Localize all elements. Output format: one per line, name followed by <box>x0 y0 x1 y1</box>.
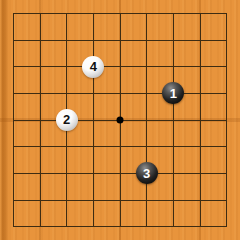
board-point[interactable] <box>133 27 160 54</box>
board-point[interactable] <box>53 187 80 214</box>
board-point[interactable] <box>187 53 214 80</box>
board-point[interactable] <box>213 160 240 187</box>
board-point[interactable] <box>213 53 240 80</box>
board-point[interactable] <box>107 107 134 134</box>
board-point[interactable] <box>53 27 80 54</box>
board-point[interactable] <box>213 187 240 214</box>
board-point[interactable] <box>80 187 107 214</box>
board-point[interactable] <box>27 80 54 107</box>
board-point[interactable] <box>213 0 240 27</box>
board-point[interactable] <box>80 107 107 134</box>
board-point[interactable] <box>107 27 134 54</box>
board-point[interactable] <box>107 0 134 27</box>
board-point[interactable] <box>213 133 240 160</box>
board-point[interactable] <box>80 27 107 54</box>
board-point[interactable] <box>53 0 80 27</box>
board-point[interactable] <box>213 213 240 240</box>
board-point[interactable] <box>187 0 214 27</box>
board-point[interactable] <box>187 80 214 107</box>
board-point[interactable] <box>133 53 160 80</box>
board-point[interactable] <box>0 213 27 240</box>
board-point[interactable] <box>213 27 240 54</box>
board-point[interactable] <box>27 107 54 134</box>
board-point[interactable] <box>160 0 187 27</box>
board-point[interactable] <box>160 187 187 214</box>
board-grid: 4123 <box>0 0 240 240</box>
board-point[interactable] <box>27 187 54 214</box>
board-point[interactable] <box>133 107 160 134</box>
board-point[interactable] <box>213 107 240 134</box>
board-point[interactable] <box>27 27 54 54</box>
board-point[interactable] <box>107 53 134 80</box>
board-point[interactable] <box>27 160 54 187</box>
board-point[interactable] <box>0 53 27 80</box>
board-point[interactable] <box>160 27 187 54</box>
board-point[interactable] <box>0 107 27 134</box>
board-point[interactable] <box>53 133 80 160</box>
board-point[interactable]: 1 <box>160 80 187 107</box>
board-point[interactable] <box>53 160 80 187</box>
board-point[interactable] <box>187 107 214 134</box>
board-point[interactable] <box>187 160 214 187</box>
board-point[interactable] <box>27 213 54 240</box>
board-point[interactable] <box>80 160 107 187</box>
move-number-label: 3 <box>143 166 150 179</box>
board-point[interactable] <box>80 213 107 240</box>
board-point[interactable] <box>107 80 134 107</box>
board-point[interactable] <box>80 0 107 27</box>
star-point <box>116 116 123 123</box>
board-point[interactable] <box>0 80 27 107</box>
stone-black-1: 1 <box>162 82 184 104</box>
board-point[interactable] <box>53 53 80 80</box>
board-point[interactable] <box>160 133 187 160</box>
board-point[interactable] <box>80 133 107 160</box>
board-point[interactable] <box>27 133 54 160</box>
board-point[interactable] <box>107 213 134 240</box>
board-point[interactable]: 3 <box>133 160 160 187</box>
board-point[interactable] <box>213 80 240 107</box>
board-point[interactable]: 2 <box>53 107 80 134</box>
go-board: 4123 <box>0 0 240 240</box>
stone-white-4: 4 <box>82 56 104 78</box>
board-point[interactable] <box>187 187 214 214</box>
board-point[interactable]: 4 <box>80 53 107 80</box>
board-point[interactable] <box>133 0 160 27</box>
stone-white-2: 2 <box>56 109 78 131</box>
board-point[interactable] <box>107 187 134 214</box>
board-point[interactable] <box>107 133 134 160</box>
board-point[interactable] <box>0 133 27 160</box>
board-point[interactable] <box>160 160 187 187</box>
board-point[interactable] <box>80 80 107 107</box>
board-point[interactable] <box>0 0 27 27</box>
board-point[interactable] <box>0 160 27 187</box>
board-point[interactable] <box>133 133 160 160</box>
board-point[interactable] <box>187 133 214 160</box>
move-number-label: 4 <box>90 60 97 73</box>
board-point[interactable] <box>160 53 187 80</box>
stone-black-3: 3 <box>136 162 158 184</box>
board-point[interactable] <box>53 80 80 107</box>
board-point[interactable] <box>27 53 54 80</box>
board-point[interactable] <box>53 213 80 240</box>
board-point[interactable] <box>133 187 160 214</box>
move-number-label: 1 <box>170 86 177 99</box>
board-point[interactable] <box>133 80 160 107</box>
board-point[interactable] <box>27 0 54 27</box>
board-point[interactable] <box>133 213 160 240</box>
board-point[interactable] <box>187 213 214 240</box>
board-point[interactable] <box>107 160 134 187</box>
board-point[interactable] <box>187 27 214 54</box>
move-number-label: 2 <box>63 113 70 126</box>
board-point[interactable] <box>0 27 27 54</box>
board-point[interactable] <box>160 107 187 134</box>
board-point[interactable] <box>0 187 27 214</box>
board-point[interactable] <box>160 213 187 240</box>
